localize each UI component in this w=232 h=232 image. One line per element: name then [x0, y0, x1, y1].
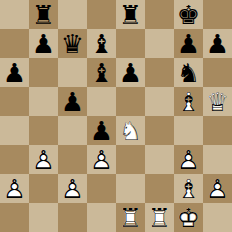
- piece-glyph-outline: ♙: [0, 174, 29, 203]
- square-b7[interactable]: ♟: [29, 29, 58, 58]
- piece-white-rook[interactable]: ♜♖: [116, 203, 145, 232]
- piece-glyph-fill: ♟: [174, 29, 203, 58]
- piece-black-pawn[interactable]: ♟: [0, 58, 29, 87]
- square-a6[interactable]: ♟: [0, 58, 29, 87]
- piece-black-pawn[interactable]: ♟: [174, 29, 203, 58]
- square-e8[interactable]: ♜: [116, 0, 145, 29]
- square-h4[interactable]: [203, 116, 232, 145]
- piece-black-queen[interactable]: ♛: [58, 29, 87, 58]
- piece-black-knight[interactable]: ♞: [174, 58, 203, 87]
- piece-glyph-outline: ♙: [29, 145, 58, 174]
- piece-black-bishop[interactable]: ♝: [87, 29, 116, 58]
- square-a5[interactable]: [0, 87, 29, 116]
- piece-white-bishop[interactable]: ♝♗: [174, 174, 203, 203]
- square-d4[interactable]: ♟: [87, 116, 116, 145]
- piece-black-rook[interactable]: ♜: [29, 0, 58, 29]
- piece-black-king[interactable]: ♚: [174, 0, 203, 29]
- piece-white-bishop[interactable]: ♝♗: [174, 87, 203, 116]
- piece-glyph-fill: ♟: [0, 58, 29, 87]
- piece-glyph-fill: ♟: [58, 87, 87, 116]
- piece-glyph-outline: ♙: [203, 174, 232, 203]
- square-c7[interactable]: ♛: [58, 29, 87, 58]
- square-a3[interactable]: [0, 145, 29, 174]
- square-a7[interactable]: [0, 29, 29, 58]
- square-f7[interactable]: [145, 29, 174, 58]
- piece-white-pawn[interactable]: ♟♙: [0, 174, 29, 203]
- square-g2[interactable]: ♝♗: [174, 174, 203, 203]
- square-b6[interactable]: [29, 58, 58, 87]
- piece-glyph-outline: ♖: [145, 203, 174, 232]
- square-f1[interactable]: ♜♖: [145, 203, 174, 232]
- piece-black-bishop[interactable]: ♝: [87, 58, 116, 87]
- piece-glyph-fill: ♟: [116, 58, 145, 87]
- square-d8[interactable]: [87, 0, 116, 29]
- square-h5[interactable]: ♛♕: [203, 87, 232, 116]
- square-b1[interactable]: [29, 203, 58, 232]
- square-f5[interactable]: [145, 87, 174, 116]
- square-c5[interactable]: ♟: [58, 87, 87, 116]
- square-a4[interactable]: [0, 116, 29, 145]
- square-e6[interactable]: ♟: [116, 58, 145, 87]
- piece-glyph-fill: ♛: [58, 29, 87, 58]
- square-d7[interactable]: ♝: [87, 29, 116, 58]
- piece-white-pawn[interactable]: ♟♙: [58, 174, 87, 203]
- square-f8[interactable]: [145, 0, 174, 29]
- square-d5[interactable]: [87, 87, 116, 116]
- piece-glyph-outline: ♙: [87, 145, 116, 174]
- piece-white-knight[interactable]: ♞♘: [116, 116, 145, 145]
- piece-white-pawn[interactable]: ♟♙: [87, 145, 116, 174]
- square-b2[interactable]: [29, 174, 58, 203]
- piece-white-pawn[interactable]: ♟♙: [203, 174, 232, 203]
- piece-glyph-fill: ♜: [29, 0, 58, 29]
- square-e3[interactable]: [116, 145, 145, 174]
- piece-black-pawn[interactable]: ♟: [116, 58, 145, 87]
- square-c2[interactable]: ♟♙: [58, 174, 87, 203]
- square-h7[interactable]: ♟: [203, 29, 232, 58]
- square-h2[interactable]: ♟♙: [203, 174, 232, 203]
- square-c3[interactable]: [58, 145, 87, 174]
- piece-glyph-outline: ♘: [116, 116, 145, 145]
- square-d3[interactable]: ♟♙: [87, 145, 116, 174]
- piece-glyph-outline: ♙: [174, 145, 203, 174]
- square-a8[interactable]: [0, 0, 29, 29]
- piece-glyph-fill: ♟: [203, 29, 232, 58]
- piece-black-pawn[interactable]: ♟: [29, 29, 58, 58]
- square-b8[interactable]: ♜: [29, 0, 58, 29]
- piece-white-king[interactable]: ♚♔: [174, 203, 203, 232]
- square-c4[interactable]: [58, 116, 87, 145]
- piece-glyph-fill: ♞: [174, 58, 203, 87]
- square-g8[interactable]: ♚: [174, 0, 203, 29]
- piece-glyph-fill: ♟: [87, 116, 116, 145]
- square-g5[interactable]: ♝♗: [174, 87, 203, 116]
- piece-white-pawn[interactable]: ♟♙: [29, 145, 58, 174]
- square-c6[interactable]: [58, 58, 87, 87]
- piece-glyph-outline: ♕: [203, 87, 232, 116]
- piece-white-pawn[interactable]: ♟♙: [174, 145, 203, 174]
- piece-black-pawn[interactable]: ♟: [58, 87, 87, 116]
- square-e5[interactable]: [116, 87, 145, 116]
- piece-black-rook[interactable]: ♜: [116, 0, 145, 29]
- square-h6[interactable]: [203, 58, 232, 87]
- square-d2[interactable]: [87, 174, 116, 203]
- square-f2[interactable]: [145, 174, 174, 203]
- square-a1[interactable]: [0, 203, 29, 232]
- square-e2[interactable]: [116, 174, 145, 203]
- square-d6[interactable]: ♝: [87, 58, 116, 87]
- square-h3[interactable]: [203, 145, 232, 174]
- square-c1[interactable]: [58, 203, 87, 232]
- piece-glyph-fill: ♟: [29, 29, 58, 58]
- piece-black-pawn[interactable]: ♟: [203, 29, 232, 58]
- square-h8[interactable]: [203, 0, 232, 29]
- square-e7[interactable]: [116, 29, 145, 58]
- chess-board: ♜♜♚♟♛♝♟♟♟♝♟♞♟♝♗♛♕♟♞♘♟♙♟♙♟♙♟♙♟♙♝♗♟♙♜♖♜♖♚♔: [0, 0, 232, 232]
- piece-white-queen[interactable]: ♛♕: [203, 87, 232, 116]
- square-g4[interactable]: [174, 116, 203, 145]
- piece-glyph-outline: ♗: [174, 87, 203, 116]
- piece-white-rook[interactable]: ♜♖: [145, 203, 174, 232]
- square-b3[interactable]: ♟♙: [29, 145, 58, 174]
- piece-glyph-outline: ♙: [58, 174, 87, 203]
- piece-glyph-fill: ♝: [87, 58, 116, 87]
- square-d1[interactable]: [87, 203, 116, 232]
- piece-glyph-outline: ♔: [174, 203, 203, 232]
- square-h1[interactable]: [203, 203, 232, 232]
- square-f4[interactable]: [145, 116, 174, 145]
- square-e4[interactable]: ♞♘: [116, 116, 145, 145]
- square-e1[interactable]: ♜♖: [116, 203, 145, 232]
- piece-glyph-fill: ♚: [174, 0, 203, 29]
- square-g1[interactable]: ♚♔: [174, 203, 203, 232]
- square-f3[interactable]: [145, 145, 174, 174]
- piece-black-pawn[interactable]: ♟: [87, 116, 116, 145]
- square-b5[interactable]: [29, 87, 58, 116]
- square-b4[interactable]: [29, 116, 58, 145]
- square-f6[interactable]: [145, 58, 174, 87]
- square-g7[interactable]: ♟: [174, 29, 203, 58]
- piece-glyph-fill: ♜: [116, 0, 145, 29]
- piece-glyph-outline: ♖: [116, 203, 145, 232]
- square-a2[interactable]: ♟♙: [0, 174, 29, 203]
- square-c8[interactable]: [58, 0, 87, 29]
- square-g3[interactable]: ♟♙: [174, 145, 203, 174]
- piece-glyph-fill: ♝: [87, 29, 116, 58]
- piece-glyph-outline: ♗: [174, 174, 203, 203]
- square-g6[interactable]: ♞: [174, 58, 203, 87]
